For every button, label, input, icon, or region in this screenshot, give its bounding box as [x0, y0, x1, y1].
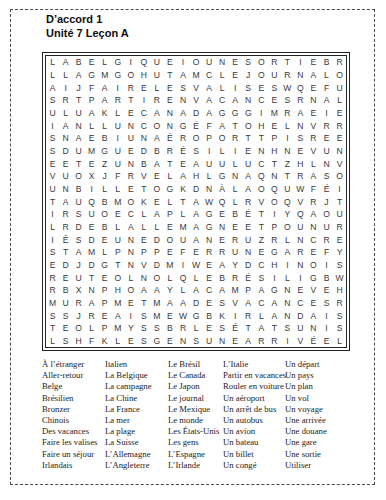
grid-cell: D [59, 259, 72, 272]
grid-cell: A [190, 195, 203, 208]
grid-cell: N [137, 132, 150, 145]
grid-cell: M [176, 221, 189, 234]
grid-cell: H [333, 284, 346, 297]
grid-cell: T [242, 132, 255, 145]
grid-cell: I [85, 183, 98, 196]
grid-cell: L [333, 94, 346, 107]
word-list-item: Un pays [285, 370, 377, 381]
grid-cell: A [203, 107, 216, 120]
grid-cell: B [137, 157, 150, 170]
grid-cell: N [124, 259, 137, 272]
grid-cell: U [72, 145, 85, 158]
grid-cell: U [281, 183, 294, 196]
grid-cell: I [111, 132, 124, 145]
grid-cell: C [203, 69, 216, 82]
grid-cell: G [203, 208, 216, 221]
grid-cell: U [229, 246, 242, 259]
grid-cell: J [72, 309, 85, 322]
grid-cell: Y [333, 246, 346, 259]
grid-cell: R [281, 107, 294, 120]
grid-cell: Y [124, 322, 137, 335]
grid-cell: I [229, 145, 242, 158]
grid-cell: L [307, 157, 320, 170]
grid-cell: A [203, 94, 216, 107]
word-list-item: Les États-Unis [168, 426, 223, 437]
grid-cell: S [137, 309, 150, 322]
grid-cell: E [124, 183, 137, 196]
grid-cell: O [124, 195, 137, 208]
grid-cell: Q [255, 170, 268, 183]
grid-cell: A [242, 297, 255, 310]
grid-cell: K [216, 309, 229, 322]
grid-cell: G [111, 56, 124, 69]
word-search-grid: LABELGIQUEIOUNESORTIEBRLLAGMGOHUTAMCLEJO… [45, 55, 347, 348]
book-title: D’accord 1 [46, 13, 129, 27]
grid-cell: E [163, 221, 176, 234]
grid-cell: O [98, 208, 111, 221]
grid-cell: L [124, 271, 137, 284]
grid-cell: B [216, 271, 229, 284]
grid-cell: M [85, 246, 98, 259]
grid-cell: L [46, 69, 59, 82]
grid-cell: R [268, 335, 281, 348]
grid-cell: N [59, 132, 72, 145]
grid-cell: E [320, 132, 333, 145]
grid-cell: A [176, 107, 189, 120]
grid-cell: A [190, 233, 203, 246]
grid-cell: U [333, 208, 346, 221]
grid-cell: S [190, 335, 203, 348]
grid-cell: E [294, 145, 307, 158]
grid-cell: É [229, 322, 242, 335]
grid-cell: U [203, 157, 216, 170]
grid-cell: E [124, 145, 137, 158]
grid-cell: G [203, 221, 216, 234]
grid-cell: S [59, 309, 72, 322]
grid-cell: C [124, 208, 137, 221]
word-list-column: ItalienLa BelgiqueLa campagneLa ChineLa … [105, 359, 168, 471]
word-list-item: Belge [42, 381, 105, 392]
grid-cell: A [281, 246, 294, 259]
grid-cell: U [72, 271, 85, 284]
word-list-item: Irlandais [42, 460, 105, 471]
grid-cell: O [163, 233, 176, 246]
grid-cell: B [229, 208, 242, 221]
grid-cell: R [46, 271, 59, 284]
grid-cell: L [111, 335, 124, 348]
grid-cell: A [137, 284, 150, 297]
grid-cell: A [176, 297, 189, 310]
grid-cell: U [203, 335, 216, 348]
grid-cell: D [150, 259, 163, 272]
grid-cell: D [242, 259, 255, 272]
grid-cell: N [294, 259, 307, 272]
grid-cell: A [190, 157, 203, 170]
grid-cell: L [203, 170, 216, 183]
grid-cell: E [229, 56, 242, 69]
grid-cell: T [242, 322, 255, 335]
grid-cell: G [307, 271, 320, 284]
word-list-item: Les gens [168, 437, 223, 448]
grid-cell: O [72, 170, 85, 183]
word-list-column: À l’étrangerAller-retourBelgeBrésilienBr… [42, 359, 105, 471]
grid-cell: E [242, 145, 255, 158]
grid-cell: L [111, 183, 124, 196]
grid-cell: E [176, 157, 189, 170]
grid-cell: W [176, 309, 189, 322]
word-list-item: La Chine [105, 393, 168, 404]
grid-cell: I [320, 107, 333, 120]
grid-cell: U [320, 221, 333, 234]
grid-cell: S [72, 233, 85, 246]
grid-cell: A [307, 170, 320, 183]
grid-cell: M [111, 195, 124, 208]
grid-cell: I [59, 81, 72, 94]
grid-cell: T [59, 246, 72, 259]
grid-cell: O [124, 69, 137, 82]
word-list: À l’étrangerAller-retourBelgeBrésilienBr… [42, 359, 377, 471]
grid-cell: W [203, 195, 216, 208]
grid-cell: M [111, 297, 124, 310]
word-list-item: L’Allemagne [105, 449, 168, 460]
grid-cell: L [98, 119, 111, 132]
grid-cell: E [163, 94, 176, 107]
grid-cell: M [98, 69, 111, 82]
grid-cell: S [294, 132, 307, 145]
word-list-item: Une arrivée [285, 415, 377, 426]
grid-cell: S [281, 94, 294, 107]
grid-cell: A [72, 132, 85, 145]
grid-cell: R [176, 322, 189, 335]
grid-cell: B [150, 145, 163, 158]
grid-cell: H [137, 69, 150, 82]
grid-cell: U [268, 69, 281, 82]
word-list-item: Un voyage [285, 404, 377, 415]
grid-cell: R [59, 208, 72, 221]
grid-cell: N [124, 233, 137, 246]
grid-cell: U [150, 69, 163, 82]
word-list-item: La plage [105, 426, 168, 437]
grid-cell: R [242, 195, 255, 208]
grid-cell: R [72, 297, 85, 310]
grid-cell: L [111, 221, 124, 234]
grid-cell: N [294, 233, 307, 246]
grid-cell: S [46, 145, 59, 158]
grid-cell: L [176, 284, 189, 297]
grid-cell: G [242, 107, 255, 120]
grid-cell: R [268, 233, 281, 246]
grid-cell: K [98, 335, 111, 348]
grid-cell: B [320, 56, 333, 69]
grid-cell: E [229, 69, 242, 82]
grid-cell: O [72, 322, 85, 335]
grid-cell: R [294, 94, 307, 107]
grid-cell: K [98, 107, 111, 120]
grid-cell: É [242, 208, 255, 221]
grid-cell: N [72, 119, 85, 132]
grid-cell: U [150, 56, 163, 69]
grid-cell: U [46, 107, 59, 120]
grid-cell: N [333, 145, 346, 158]
word-list-item: À l’étranger [42, 359, 105, 370]
grid-cell: V [307, 284, 320, 297]
grid-cell: M [85, 145, 98, 158]
grid-cell: P [150, 246, 163, 259]
grid-cell: S [281, 322, 294, 335]
grid-cell: Z [281, 157, 294, 170]
grid-cell: O [255, 69, 268, 82]
grid-cell: I [46, 233, 59, 246]
grid-cell: I [111, 81, 124, 94]
grid-cell: O [190, 56, 203, 69]
grid-cell: U [85, 208, 98, 221]
grid-cell: T [176, 195, 189, 208]
grid-cell: B [98, 132, 111, 145]
grid-cell: A [190, 284, 203, 297]
grid-cell: E [85, 221, 98, 234]
grid-cell: U [203, 56, 216, 69]
grid-cell: I [268, 271, 281, 284]
grid-cell: N [307, 221, 320, 234]
grid-cell: D [85, 233, 98, 246]
grid-cell: E [294, 284, 307, 297]
grid-cell: D [190, 107, 203, 120]
grid-cell: X [85, 170, 98, 183]
grid-cell: P [268, 221, 281, 234]
grid-cell: T [72, 157, 85, 170]
grid-cell: U [72, 195, 85, 208]
grid-cell: E [163, 56, 176, 69]
grid-cell: E [59, 157, 72, 170]
word-list-item: Le monde [168, 415, 223, 426]
grid-cell: Ê [59, 233, 72, 246]
word-list-item: Un aéroport [223, 393, 285, 404]
grid-cell: V [333, 157, 346, 170]
grid-cell: S [255, 271, 268, 284]
worksheet-page: D’accord 1 Unité 7 Leçon A LABELGIQUEIOU… [0, 0, 386, 500]
grid-cell: C [255, 297, 268, 310]
grid-cell: I [320, 322, 333, 335]
grid-cell: U [176, 233, 189, 246]
word-list-item: Un arrêt de bus [223, 404, 285, 415]
grid-cell: F [307, 183, 320, 196]
grid-cell: M [150, 297, 163, 310]
grid-cell: S [333, 309, 346, 322]
word-list-item: Un billet [223, 449, 285, 460]
grid-cell: D [190, 183, 203, 196]
grid-cell: G [85, 69, 98, 82]
grid-cell: U [242, 233, 255, 246]
grid-cell: S [216, 322, 229, 335]
grid-cell: C [137, 119, 150, 132]
grid-cell: R [124, 170, 137, 183]
grid-cell: B [72, 56, 85, 69]
grid-cell: L [216, 69, 229, 82]
grid-cell: S [59, 335, 72, 348]
grid-cell: I [333, 183, 346, 196]
grid-cell: A [255, 284, 268, 297]
grid-cell: R [229, 132, 242, 145]
grid-cell: W [190, 259, 203, 272]
grid-cell: I [229, 81, 242, 94]
grid-cell: E [98, 233, 111, 246]
grid-cell: R [333, 297, 346, 310]
grid-cell: R [294, 246, 307, 259]
grid-cell: T [163, 69, 176, 82]
grid-cell: S [137, 335, 150, 348]
word-list-item: Le Mexique [168, 404, 223, 415]
grid-cell: H [294, 157, 307, 170]
grid-cell: B [72, 183, 85, 196]
grid-cell: O [150, 183, 163, 196]
grid-cell: I [268, 208, 281, 221]
grid-cell: T [255, 208, 268, 221]
grid-cell: A [229, 94, 242, 107]
grid-cell: S [190, 145, 203, 158]
grid-cell: J [72, 259, 85, 272]
grid-cell: J [98, 170, 111, 183]
grid-cell: L [281, 271, 294, 284]
word-list-item: Un congé [223, 460, 285, 471]
grid-cell: R [46, 284, 59, 297]
grid-cell: O [150, 119, 163, 132]
grid-cell: A [85, 107, 98, 120]
worksheet-header: D’accord 1 Unité 7 Leçon A [46, 13, 129, 40]
grid-cell: E [163, 246, 176, 259]
grid-cell: F [176, 246, 189, 259]
grid-cell: U [111, 233, 124, 246]
grid-cell: L [281, 119, 294, 132]
grid-cell: A [242, 183, 255, 196]
grid-cell: N [268, 170, 281, 183]
grid-cell: G [268, 246, 281, 259]
grid-cell: L [229, 183, 242, 196]
grid-cell: L [281, 233, 294, 246]
grid-cell: U [59, 297, 72, 310]
grid-cell: E [98, 271, 111, 284]
grid-cell: H [190, 170, 203, 183]
word-list-item: L’Angleterre [105, 460, 168, 471]
grid-cell: E [163, 81, 176, 94]
grid-cell: F [111, 170, 124, 183]
grid-cell: R [294, 170, 307, 183]
grid-cell: Z [255, 233, 268, 246]
grid-cell: A [46, 81, 59, 94]
word-list-item: La France [105, 404, 168, 415]
grid-cell: F [203, 119, 216, 132]
grid-cell: Q [294, 81, 307, 94]
grid-cell: M [150, 309, 163, 322]
grid-cell: E [124, 335, 137, 348]
grid-cell: P [98, 322, 111, 335]
word-list-item: Chinois [42, 415, 105, 426]
grid-cell: K [137, 195, 150, 208]
grid-cell: A [307, 309, 320, 322]
grid-cell: J [242, 69, 255, 82]
grid-cell: D [294, 309, 307, 322]
grid-cell: V [137, 259, 150, 272]
word-list-column: Le BrésilLe CanadaLe JaponLe journalLe M… [168, 359, 223, 471]
grid-cell: E [307, 297, 320, 310]
grid-cell: T [255, 132, 268, 145]
grid-cell: E [124, 107, 137, 120]
grid-cell: N [307, 322, 320, 335]
grid-cell: V [190, 81, 203, 94]
grid-cell: E [203, 322, 216, 335]
word-list-item: Italien [105, 359, 168, 370]
grid-cell: U [294, 221, 307, 234]
grid-cell: T [137, 183, 150, 196]
grid-cell: D [59, 145, 72, 158]
grid-cell: O [320, 208, 333, 221]
grid-cell: C [203, 284, 216, 297]
grid-cell: I [281, 132, 294, 145]
grid-cell: I [176, 259, 189, 272]
grid-cell: E [255, 246, 268, 259]
grid-cell: L [255, 309, 268, 322]
grid-cell: I [320, 309, 333, 322]
grid-cell: N [242, 246, 255, 259]
grid-cell: O [268, 195, 281, 208]
grid-cell: E [203, 259, 216, 272]
grid-cell: B [320, 271, 333, 284]
grid-cell: G [111, 69, 124, 82]
grid-cell: H [268, 259, 281, 272]
grid-cell: A [268, 309, 281, 322]
grid-cell: E [320, 284, 333, 297]
grid-cell: S [216, 297, 229, 310]
grid-cell: L [163, 195, 176, 208]
grid-cell: Q [281, 195, 294, 208]
grid-cell: E [268, 94, 281, 107]
grid-cell: I [294, 271, 307, 284]
grid-cell: N [281, 297, 294, 310]
word-list-item: Aller-retour [42, 370, 105, 381]
grid-cell: B [163, 322, 176, 335]
grid-cell: R [242, 309, 255, 322]
grid-cell: F [320, 81, 333, 94]
grid-cell: C [294, 297, 307, 310]
grid-cell: A [98, 94, 111, 107]
grid-cell: T [111, 259, 124, 272]
grid-cell: D [137, 145, 150, 158]
word-list-item: La Belgique [105, 370, 168, 381]
grid-cell: T [124, 94, 137, 107]
grid-cell: S [333, 259, 346, 272]
grid-cell: E [59, 322, 72, 335]
grid-cell: T [72, 94, 85, 107]
grid-cell: C [216, 94, 229, 107]
grid-cell: G [268, 284, 281, 297]
grid-cell: N [294, 119, 307, 132]
grid-cell: U [111, 119, 124, 132]
grid-cell: N [176, 335, 189, 348]
grid-cell: E [333, 233, 346, 246]
word-list-item: L’Irlande [168, 460, 223, 471]
grid-cell: N [85, 284, 98, 297]
grid-cell: P [98, 297, 111, 310]
grid-cell: E [124, 297, 137, 310]
grid-cell: L [137, 208, 150, 221]
grid-cell: A [216, 284, 229, 297]
unit-lesson-title: Unité 7 Leçon A [46, 27, 129, 41]
grid-cell: L [98, 183, 111, 196]
grid-cell: É [320, 183, 333, 196]
grid-cell: S [46, 94, 59, 107]
grid-cell: T [333, 195, 346, 208]
grid-cell: E [137, 81, 150, 94]
grid-cell: N [281, 284, 294, 297]
